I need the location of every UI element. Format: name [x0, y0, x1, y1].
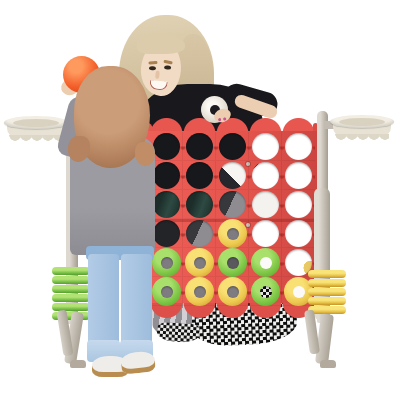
disc-center-hole — [161, 257, 173, 269]
empty-hole — [186, 220, 213, 247]
board-cell-r5c3 — [216, 248, 249, 277]
woman-brow — [163, 60, 172, 65]
disc-center-hole — [161, 286, 173, 298]
empty-hole — [153, 162, 180, 189]
woman-nose — [155, 71, 160, 79]
board-grid — [150, 132, 315, 306]
empty-hole — [219, 162, 246, 189]
empty-hole — [252, 220, 279, 247]
yellow-ring — [308, 297, 346, 305]
empty-hole — [153, 133, 180, 160]
board-cell-r3c3 — [216, 190, 249, 219]
yellow-ring — [308, 288, 346, 296]
board-cell-r6c1 — [150, 277, 183, 306]
yellow-disc — [218, 277, 247, 306]
disc-center-hole — [260, 257, 272, 269]
child-jeans — [86, 246, 154, 362]
empty-hole — [252, 133, 279, 160]
board-cell-r3c2 — [183, 190, 216, 219]
empty-hole — [285, 191, 312, 218]
board-cell-r2c4 — [249, 161, 282, 190]
woman-hair-fringe — [137, 34, 185, 54]
tray-opening — [13, 119, 59, 127]
disc-center-hole — [260, 286, 272, 298]
disc-center-hole — [194, 286, 206, 298]
empty-hole — [285, 133, 312, 160]
board-cell-r4c4 — [249, 219, 282, 248]
tray-opening — [339, 118, 385, 126]
empty-hole — [153, 191, 180, 218]
board-cell-r2c3 — [216, 161, 249, 190]
empty-hole — [186, 133, 213, 160]
empty-hole — [219, 133, 246, 160]
woman-brow — [148, 61, 157, 64]
woman-eye — [164, 65, 171, 70]
green-disc — [251, 277, 280, 306]
disc-center-hole — [227, 228, 239, 240]
empty-hole — [252, 191, 279, 218]
product-photo — [0, 0, 400, 400]
board-cell-r3c5 — [282, 190, 315, 219]
disc-center-hole — [227, 257, 239, 269]
yellow-disc — [185, 277, 214, 306]
empty-hole — [285, 220, 312, 247]
empty-hole — [153, 220, 180, 247]
board-cell-r6c2 — [183, 277, 216, 306]
jeans-leg — [121, 254, 152, 350]
board-cell-r2c2 — [183, 161, 216, 190]
empty-hole — [252, 162, 279, 189]
fingernail — [223, 117, 227, 121]
checkered-skirt-fabric — [156, 322, 199, 344]
empty-hole — [219, 191, 246, 218]
board-cell-r1c2 — [183, 132, 216, 161]
connect-four-board — [137, 115, 318, 318]
disc-center-hole — [227, 286, 239, 298]
left-post-foot — [70, 360, 86, 368]
green-disc — [218, 248, 247, 277]
tray-scallop — [9, 135, 63, 142]
woman-smile — [149, 80, 168, 91]
green-disc — [152, 248, 181, 277]
board-cell-r1c5 — [282, 132, 315, 161]
empty-hole — [186, 191, 213, 218]
disc-center-hole — [293, 286, 305, 298]
yellow-ring — [308, 279, 346, 287]
board-cell-r4c2 — [183, 219, 216, 248]
green-ring — [52, 267, 90, 275]
green-disc — [251, 248, 280, 277]
board-cell-r4c3 — [216, 219, 249, 248]
board-cell-r5c4 — [249, 248, 282, 277]
board-cell-r6c4 — [249, 277, 282, 306]
tray-scallop — [335, 134, 389, 141]
green-ring — [52, 276, 90, 284]
board-cell-r1c3 — [216, 132, 249, 161]
green-disc — [152, 277, 181, 306]
board-cell-r4c5 — [282, 219, 315, 248]
green-ring — [52, 285, 90, 293]
green-ring — [52, 303, 90, 311]
fingernail — [218, 118, 222, 122]
yellow-disc — [218, 219, 247, 248]
board-cell-r6c3 — [216, 277, 249, 306]
board-cell-r1c4 — [249, 132, 282, 161]
disc-center-hole — [194, 257, 206, 269]
board-cell-r5c1 — [150, 248, 183, 277]
green-ring — [52, 294, 90, 302]
board-cell-r2c5 — [282, 161, 315, 190]
empty-hole — [285, 162, 312, 189]
woman-eye — [149, 66, 156, 71]
board-cell-r3c4 — [249, 190, 282, 219]
child-hair — [74, 66, 150, 168]
jeans-leg — [88, 254, 119, 350]
yellow-spare-ring-stack — [308, 270, 346, 314]
board-cell-r5c2 — [183, 248, 216, 277]
empty-hole — [186, 162, 213, 189]
right-post-foot — [320, 360, 336, 368]
yellow-ring — [308, 270, 346, 278]
yellow-disc — [185, 248, 214, 277]
right-basket-tray — [330, 115, 394, 141]
